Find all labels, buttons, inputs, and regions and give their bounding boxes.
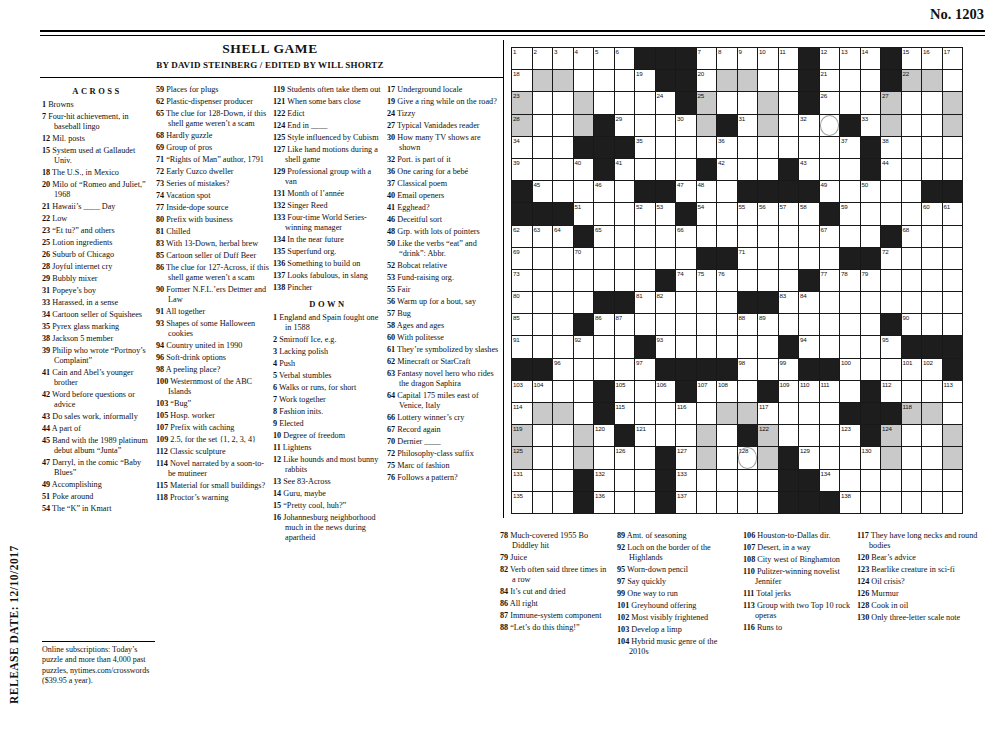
grid-cell[interactable] (861, 203, 881, 224)
grid-cell[interactable] (922, 270, 942, 291)
grid-cell[interactable] (902, 425, 922, 446)
grid-cell[interactable]: 45 (533, 181, 553, 202)
grid-cell[interactable] (717, 181, 737, 202)
grid-cell[interactable] (594, 248, 614, 269)
grid-cell[interactable]: 83 (779, 292, 799, 313)
grid-cell[interactable]: 62 (512, 226, 532, 247)
grid-cell[interactable] (574, 115, 594, 136)
grid-cell[interactable]: 138 (840, 492, 860, 513)
grid-cell[interactable]: 69 (512, 248, 532, 269)
grid-cell[interactable] (594, 447, 614, 468)
grid-cell[interactable]: 100 (840, 359, 860, 380)
grid-cell[interactable]: 73 (512, 270, 532, 291)
grid-cell[interactable] (533, 92, 553, 113)
grid-cell[interactable]: 133 (676, 470, 696, 491)
grid-cell[interactable]: 9 (738, 48, 758, 69)
grid-cell[interactable]: 57 (779, 203, 799, 224)
grid-cell[interactable] (738, 381, 758, 402)
grid-cell[interactable] (881, 115, 901, 136)
grid-cell[interactable] (861, 292, 881, 313)
grid-cell[interactable] (820, 115, 840, 136)
grid-cell[interactable] (533, 159, 553, 180)
grid-cell[interactable]: 75 (697, 270, 717, 291)
grid-cell[interactable] (861, 492, 881, 513)
grid-cell[interactable] (779, 403, 799, 424)
grid-cell[interactable]: 94 (799, 336, 819, 357)
grid-cell[interactable] (902, 181, 922, 202)
grid-cell[interactable] (553, 181, 573, 202)
grid-cell[interactable] (840, 447, 860, 468)
grid-cell[interactable] (820, 336, 840, 357)
grid-cell[interactable] (799, 314, 819, 335)
grid-cell[interactable] (922, 314, 942, 335)
grid-cell[interactable]: 134 (820, 470, 840, 491)
grid-cell[interactable] (943, 248, 963, 269)
grid-cell[interactable]: 80 (512, 292, 532, 313)
grid-cell[interactable]: 92 (574, 336, 594, 357)
grid-cell[interactable] (738, 403, 758, 424)
grid-cell[interactable] (635, 314, 655, 335)
grid-cell[interactable] (697, 447, 717, 468)
grid-cell[interactable]: 4 (574, 48, 594, 69)
grid-cell[interactable]: 78 (840, 270, 860, 291)
grid-cell[interactable] (615, 470, 635, 491)
grid-cell[interactable] (533, 70, 553, 91)
grid-cell[interactable] (697, 425, 717, 446)
grid-cell[interactable] (861, 336, 881, 357)
grid-cell[interactable]: 5 (594, 48, 614, 69)
grid-cell[interactable] (635, 159, 655, 180)
grid-cell[interactable] (553, 159, 573, 180)
grid-cell[interactable]: 56 (758, 203, 778, 224)
grid-cell[interactable]: 39 (512, 159, 532, 180)
grid-cell[interactable]: 36 (717, 137, 737, 158)
grid-cell[interactable] (943, 137, 963, 158)
grid-cell[interactable] (574, 292, 594, 313)
grid-cell[interactable] (922, 381, 942, 402)
grid-cell[interactable]: 90 (902, 314, 922, 335)
grid-cell[interactable] (676, 292, 696, 313)
grid-cell[interactable]: 24 (656, 92, 676, 113)
grid-cell[interactable] (553, 314, 573, 335)
grid-cell[interactable] (758, 270, 778, 291)
grid-cell[interactable] (943, 447, 963, 468)
grid-cell[interactable] (615, 226, 635, 247)
grid-cell[interactable]: 128 (738, 447, 758, 468)
grid-cell[interactable]: 42 (717, 159, 737, 180)
grid-cell[interactable]: 25 (697, 92, 717, 113)
grid-cell[interactable] (656, 403, 676, 424)
grid-cell[interactable] (758, 359, 778, 380)
grid-cell[interactable] (922, 447, 942, 468)
grid-cell[interactable] (574, 359, 594, 380)
grid-cell[interactable]: 105 (615, 381, 635, 402)
grid-cell[interactable] (594, 359, 614, 380)
grid-cell[interactable] (902, 447, 922, 468)
grid-cell[interactable] (574, 270, 594, 291)
grid-cell[interactable] (902, 159, 922, 180)
grid-cell[interactable] (615, 359, 635, 380)
grid-cell[interactable] (717, 470, 737, 491)
grid-cell[interactable] (553, 381, 573, 402)
grid-cell[interactable] (922, 492, 942, 513)
grid-cell[interactable] (717, 92, 737, 113)
grid-cell[interactable] (779, 70, 799, 91)
grid-cell[interactable]: 93 (656, 336, 676, 357)
grid-cell[interactable] (574, 403, 594, 424)
grid-cell[interactable]: 104 (533, 381, 553, 402)
grid-cell[interactable] (574, 447, 594, 468)
grid-cell[interactable] (574, 92, 594, 113)
grid-cell[interactable] (676, 336, 696, 357)
grid-cell[interactable]: 1 (512, 48, 532, 69)
grid-cell[interactable]: 23 (512, 92, 532, 113)
grid-cell[interactable] (635, 470, 655, 491)
grid-cell[interactable] (717, 425, 737, 446)
grid-cell[interactable]: 125 (512, 447, 532, 468)
grid-cell[interactable]: 81 (635, 292, 655, 313)
grid-cell[interactable]: 51 (574, 203, 594, 224)
grid-cell[interactable]: 16 (922, 48, 942, 69)
grid-cell[interactable] (779, 425, 799, 446)
grid-cell[interactable] (779, 314, 799, 335)
grid-cell[interactable] (799, 226, 819, 247)
grid-cell[interactable] (676, 137, 696, 158)
grid-cell[interactable] (553, 270, 573, 291)
grid-cell[interactable] (717, 203, 737, 224)
grid-cell[interactable] (758, 336, 778, 357)
grid-cell[interactable]: 15 (902, 48, 922, 69)
grid-cell[interactable]: 60 (922, 203, 942, 224)
grid-cell[interactable] (799, 403, 819, 424)
grid-cell[interactable]: 2 (533, 48, 553, 69)
grid-cell[interactable]: 33 (861, 115, 881, 136)
grid-cell[interactable] (594, 336, 614, 357)
grid-cell[interactable] (553, 292, 573, 313)
grid-cell[interactable]: 91 (512, 336, 532, 357)
grid-cell[interactable] (943, 226, 963, 247)
grid-cell[interactable] (635, 270, 655, 291)
grid-cell[interactable]: 49 (820, 181, 840, 202)
grid-cell[interactable]: 88 (738, 314, 758, 335)
grid-cell[interactable]: 106 (656, 381, 676, 402)
grid-cell[interactable]: 113 (943, 381, 963, 402)
grid-cell[interactable]: 95 (881, 336, 901, 357)
grid-cell[interactable] (635, 492, 655, 513)
grid-cell[interactable] (697, 336, 717, 357)
grid-cell[interactable]: 22 (902, 70, 922, 91)
grid-cell[interactable] (717, 70, 737, 91)
grid-cell[interactable] (594, 270, 614, 291)
grid-cell[interactable]: 41 (615, 159, 635, 180)
grid-cell[interactable]: 130 (861, 447, 881, 468)
grid-cell[interactable] (861, 314, 881, 335)
grid-cell[interactable]: 137 (676, 492, 696, 513)
grid-cell[interactable] (943, 92, 963, 113)
grid-cell[interactable] (758, 92, 778, 113)
grid-cell[interactable] (840, 381, 860, 402)
grid-cell[interactable]: 116 (676, 403, 696, 424)
grid-cell[interactable] (533, 292, 553, 313)
grid-cell[interactable]: 127 (676, 447, 696, 468)
grid-cell[interactable] (861, 470, 881, 491)
grid-cell[interactable]: 53 (656, 203, 676, 224)
grid-cell[interactable] (902, 92, 922, 113)
grid-cell[interactable] (902, 470, 922, 491)
grid-cell[interactable]: 20 (697, 70, 717, 91)
grid-cell[interactable]: 108 (717, 381, 737, 402)
grid-cell[interactable] (656, 425, 676, 446)
grid-cell[interactable]: 67 (820, 226, 840, 247)
grid-cell[interactable] (533, 248, 553, 269)
grid-cell[interactable]: 48 (697, 181, 717, 202)
grid-cell[interactable] (922, 226, 942, 247)
grid-cell[interactable] (635, 381, 655, 402)
grid-cell[interactable] (697, 470, 717, 491)
grid-cell[interactable]: 110 (799, 381, 819, 402)
grid-cell[interactable] (553, 92, 573, 113)
grid-cell[interactable] (553, 70, 573, 91)
grid-cell[interactable] (553, 470, 573, 491)
grid-cell[interactable] (738, 92, 758, 113)
grid-cell[interactable]: 64 (553, 226, 573, 247)
grid-cell[interactable] (533, 270, 553, 291)
grid-cell[interactable]: 74 (676, 270, 696, 291)
grid-cell[interactable] (697, 115, 717, 136)
grid-cell[interactable] (697, 137, 717, 158)
grid-cell[interactable]: 35 (635, 137, 655, 158)
grid-cell[interactable] (594, 203, 614, 224)
grid-cell[interactable] (553, 492, 573, 513)
grid-cell[interactable] (840, 92, 860, 113)
grid-cell[interactable] (943, 270, 963, 291)
grid-cell[interactable] (615, 203, 635, 224)
grid-cell[interactable] (881, 292, 901, 313)
grid-cell[interactable] (779, 92, 799, 113)
grid-cell[interactable] (943, 70, 963, 91)
grid-cell[interactable]: 107 (697, 381, 717, 402)
grid-cell[interactable] (902, 203, 922, 224)
grid-cell[interactable] (881, 203, 901, 224)
grid-cell[interactable] (902, 292, 922, 313)
grid-cell[interactable] (615, 70, 635, 91)
grid-cell[interactable] (758, 159, 778, 180)
grid-cell[interactable]: 19 (635, 70, 655, 91)
grid-cell[interactable]: 124 (881, 425, 901, 446)
grid-cell[interactable] (881, 270, 901, 291)
grid-cell[interactable] (635, 248, 655, 269)
grid-cell[interactable] (553, 447, 573, 468)
grid-cell[interactable] (758, 115, 778, 136)
grid-cell[interactable]: 89 (758, 314, 778, 335)
grid-cell[interactable] (840, 314, 860, 335)
grid-cell[interactable]: 59 (840, 203, 860, 224)
grid-cell[interactable] (820, 159, 840, 180)
grid-cell[interactable] (553, 248, 573, 269)
grid-cell[interactable]: 118 (902, 403, 922, 424)
grid-cell[interactable] (533, 314, 553, 335)
grid-cell[interactable] (820, 447, 840, 468)
grid-cell[interactable] (635, 115, 655, 136)
grid-cell[interactable] (943, 159, 963, 180)
grid-cell[interactable] (594, 92, 614, 113)
grid-cell[interactable] (553, 137, 573, 158)
grid-cell[interactable] (697, 292, 717, 313)
grid-cell[interactable]: 85 (512, 314, 532, 335)
grid-cell[interactable]: 32 (799, 115, 819, 136)
grid-cell[interactable] (615, 248, 635, 269)
grid-cell[interactable]: 131 (512, 470, 532, 491)
grid-cell[interactable]: 38 (881, 137, 901, 158)
grid-cell[interactable] (656, 248, 676, 269)
grid-cell[interactable] (922, 159, 942, 180)
grid-cell[interactable]: 18 (512, 70, 532, 91)
grid-cell[interactable] (922, 115, 942, 136)
grid-cell[interactable]: 84 (799, 292, 819, 313)
grid-cell[interactable] (553, 425, 573, 446)
grid-cell[interactable]: 97 (635, 359, 655, 380)
grid-cell[interactable] (656, 226, 676, 247)
grid-cell[interactable]: 117 (758, 403, 778, 424)
grid-cell[interactable]: 3 (553, 48, 573, 69)
grid-cell[interactable] (779, 115, 799, 136)
grid-cell[interactable] (902, 248, 922, 269)
grid-cell[interactable] (615, 336, 635, 357)
grid-cell[interactable]: 47 (676, 181, 696, 202)
grid-cell[interactable] (943, 492, 963, 513)
grid-cell[interactable] (922, 403, 942, 424)
grid-cell[interactable]: 102 (922, 359, 942, 380)
grid-cell[interactable]: 66 (676, 226, 696, 247)
grid-cell[interactable] (738, 470, 758, 491)
grid-cell[interactable] (881, 470, 901, 491)
grid-cell[interactable]: 10 (758, 48, 778, 69)
grid-cell[interactable] (738, 226, 758, 247)
grid-cell[interactable]: 17 (943, 48, 963, 69)
grid-cell[interactable]: 34 (512, 137, 532, 158)
grid-cell[interactable]: 21 (820, 70, 840, 91)
grid-cell[interactable]: 43 (799, 159, 819, 180)
grid-cell[interactable] (615, 92, 635, 113)
grid-cell[interactable]: 103 (512, 381, 532, 402)
grid-cell[interactable] (697, 314, 717, 335)
grid-cell[interactable] (779, 226, 799, 247)
grid-cell[interactable]: 96 (553, 359, 573, 380)
grid-cell[interactable]: 68 (902, 226, 922, 247)
grid-cell[interactable] (553, 403, 573, 424)
grid-cell[interactable]: 109 (779, 381, 799, 402)
grid-cell[interactable]: 79 (861, 270, 881, 291)
grid-cell[interactable] (758, 226, 778, 247)
grid-cell[interactable]: 115 (615, 403, 635, 424)
grid-cell[interactable] (717, 226, 737, 247)
grid-cell[interactable] (738, 137, 758, 158)
grid-cell[interactable] (922, 292, 942, 313)
grid-cell[interactable]: 101 (902, 359, 922, 380)
grid-cell[interactable] (758, 70, 778, 91)
grid-cell[interactable]: 8 (717, 48, 737, 69)
grid-cell[interactable] (922, 248, 942, 269)
grid-cell[interactable]: 13 (840, 48, 860, 69)
grid-cell[interactable] (840, 181, 860, 202)
grid-cell[interactable] (902, 381, 922, 402)
grid-cell[interactable] (943, 115, 963, 136)
grid-cell[interactable]: 40 (574, 159, 594, 180)
grid-cell[interactable] (943, 425, 963, 446)
grid-cell[interactable] (697, 492, 717, 513)
grid-cell[interactable] (635, 92, 655, 113)
grid-cell[interactable] (533, 115, 553, 136)
grid-cell[interactable] (574, 70, 594, 91)
grid-cell[interactable] (861, 92, 881, 113)
grid-cell[interactable] (799, 248, 819, 269)
grid-cell[interactable] (574, 425, 594, 446)
grid-cell[interactable] (717, 336, 737, 357)
grid-cell[interactable] (717, 292, 737, 313)
grid-cell[interactable] (738, 70, 758, 91)
grid-cell[interactable]: 58 (799, 203, 819, 224)
grid-cell[interactable] (738, 492, 758, 513)
grid-cell[interactable] (840, 159, 860, 180)
grid-cell[interactable]: 55 (738, 203, 758, 224)
grid-cell[interactable] (533, 492, 553, 513)
grid-cell[interactable] (738, 336, 758, 357)
grid-cell[interactable] (533, 425, 553, 446)
grid-cell[interactable]: 61 (943, 203, 963, 224)
grid-cell[interactable] (717, 492, 737, 513)
grid-cell[interactable] (820, 403, 840, 424)
grid-cell[interactable] (799, 137, 819, 158)
grid-cell[interactable]: 87 (615, 314, 635, 335)
grid-cell[interactable]: 44 (881, 159, 901, 180)
grid-cell[interactable] (943, 314, 963, 335)
grid-cell[interactable]: 52 (635, 203, 655, 224)
grid-cell[interactable] (676, 248, 696, 269)
grid-cell[interactable] (943, 292, 963, 313)
grid-cell[interactable] (656, 314, 676, 335)
grid-cell[interactable]: 65 (594, 226, 614, 247)
grid-cell[interactable] (615, 181, 635, 202)
grid-cell[interactable] (758, 248, 778, 269)
grid-cell[interactable]: 29 (615, 115, 635, 136)
grid-cell[interactable] (820, 137, 840, 158)
grid-cell[interactable] (758, 470, 778, 491)
grid-cell[interactable]: 99 (779, 359, 799, 380)
grid-cell[interactable] (717, 403, 737, 424)
grid-cell[interactable]: 136 (594, 492, 614, 513)
grid-cell[interactable] (881, 181, 901, 202)
grid-cell[interactable] (533, 336, 553, 357)
grid-cell[interactable]: 126 (615, 447, 635, 468)
grid-cell[interactable]: 70 (574, 248, 594, 269)
grid-cell[interactable]: 122 (758, 425, 778, 446)
grid-cell[interactable] (697, 226, 717, 247)
grid-cell[interactable]: 50 (861, 181, 881, 202)
grid-cell[interactable] (820, 314, 840, 335)
grid-cell[interactable]: 135 (512, 492, 532, 513)
grid-cell[interactable] (594, 70, 614, 91)
grid-cell[interactable] (635, 447, 655, 468)
grid-cell[interactable] (922, 70, 942, 91)
grid-cell[interactable] (799, 425, 819, 446)
grid-cell[interactable]: 111 (820, 381, 840, 402)
grid-cell[interactable] (861, 70, 881, 91)
grid-cell[interactable]: 14 (861, 48, 881, 69)
grid-cell[interactable] (779, 137, 799, 158)
grid-cell[interactable] (820, 292, 840, 313)
grid-cell[interactable] (820, 248, 840, 269)
grid-cell[interactable] (758, 492, 778, 513)
